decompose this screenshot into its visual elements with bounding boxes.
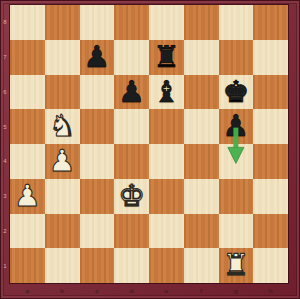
square-f8[interactable] <box>184 5 219 40</box>
rank-label-8: 8 <box>0 18 10 26</box>
square-h4[interactable] <box>253 144 288 179</box>
square-h8[interactable] <box>253 5 288 40</box>
square-g7[interactable] <box>219 40 254 75</box>
square-f3[interactable] <box>184 179 219 214</box>
square-h2[interactable] <box>253 214 288 249</box>
file-label-g: g <box>219 285 254 297</box>
square-d7[interactable] <box>114 40 149 75</box>
square-a2[interactable] <box>10 214 45 249</box>
square-b6[interactable] <box>45 75 80 110</box>
square-e2[interactable] <box>149 214 184 249</box>
square-e4[interactable] <box>149 144 184 179</box>
square-f2[interactable] <box>184 214 219 249</box>
white-pawn-a3[interactable]: ♟ <box>10 179 45 214</box>
square-h6[interactable] <box>253 75 288 110</box>
square-c4[interactable] <box>80 144 115 179</box>
black-pawn-d6[interactable]: ♟ <box>114 75 149 110</box>
square-h3[interactable] <box>253 179 288 214</box>
square-f6[interactable] <box>184 75 219 110</box>
rank-label-2: 2 <box>0 227 10 235</box>
square-c6[interactable] <box>80 75 115 110</box>
white-rook-g1[interactable]: ♜ <box>219 248 254 283</box>
file-label-b: b <box>45 285 80 297</box>
square-e8[interactable] <box>149 5 184 40</box>
square-d1[interactable] <box>114 248 149 283</box>
rank-label-6: 6 <box>0 88 10 96</box>
white-knight-b5[interactable]: ♞ <box>45 109 80 144</box>
square-b8[interactable] <box>45 5 80 40</box>
square-c1[interactable] <box>80 248 115 283</box>
black-pawn-g5[interactable]: ♟ <box>219 109 254 144</box>
white-king-d3[interactable]: ♚ <box>114 179 149 214</box>
square-f7[interactable] <box>184 40 219 75</box>
square-f4[interactable] <box>184 144 219 179</box>
square-a5[interactable] <box>10 109 45 144</box>
square-b7[interactable] <box>45 40 80 75</box>
square-f1[interactable] <box>184 248 219 283</box>
file-label-d: d <box>114 285 149 297</box>
black-king-g6[interactable]: ♚ <box>219 75 254 110</box>
square-g3[interactable] <box>219 179 254 214</box>
square-e1[interactable] <box>149 248 184 283</box>
file-label-h: h <box>253 285 288 297</box>
square-g4[interactable] <box>219 144 254 179</box>
square-a1[interactable] <box>10 248 45 283</box>
square-e5[interactable] <box>149 109 184 144</box>
chess-board-frame: ♟♜♟♝♚♞♟♟♟♚♜ 87654321abcdefgh <box>0 0 300 299</box>
file-label-c: c <box>80 285 115 297</box>
rank-label-4: 4 <box>0 157 10 165</box>
square-f5[interactable] <box>184 109 219 144</box>
file-label-a: a <box>10 285 45 297</box>
square-h5[interactable] <box>253 109 288 144</box>
square-c2[interactable] <box>80 214 115 249</box>
black-pawn-c7[interactable]: ♟ <box>80 40 115 75</box>
square-a8[interactable] <box>10 5 45 40</box>
square-d5[interactable] <box>114 109 149 144</box>
square-g2[interactable] <box>219 214 254 249</box>
square-d4[interactable] <box>114 144 149 179</box>
square-b1[interactable] <box>45 248 80 283</box>
square-b2[interactable] <box>45 214 80 249</box>
square-d8[interactable] <box>114 5 149 40</box>
file-label-e: e <box>149 285 184 297</box>
square-c5[interactable] <box>80 109 115 144</box>
rank-label-7: 7 <box>0 53 10 61</box>
square-c8[interactable] <box>80 5 115 40</box>
black-rook-e7[interactable]: ♜ <box>149 40 184 75</box>
square-h7[interactable] <box>253 40 288 75</box>
rank-label-1: 1 <box>0 262 10 270</box>
rank-label-3: 3 <box>0 192 10 200</box>
square-a4[interactable] <box>10 144 45 179</box>
square-a7[interactable] <box>10 40 45 75</box>
black-bishop-e6[interactable]: ♝ <box>149 75 184 110</box>
square-h1[interactable] <box>253 248 288 283</box>
square-g8[interactable] <box>219 5 254 40</box>
square-c3[interactable] <box>80 179 115 214</box>
white-pawn-b4[interactable]: ♟ <box>45 144 80 179</box>
square-a6[interactable] <box>10 75 45 110</box>
square-d2[interactable] <box>114 214 149 249</box>
file-label-f: f <box>184 285 219 297</box>
square-b3[interactable] <box>45 179 80 214</box>
square-e3[interactable] <box>149 179 184 214</box>
rank-label-5: 5 <box>0 123 10 131</box>
